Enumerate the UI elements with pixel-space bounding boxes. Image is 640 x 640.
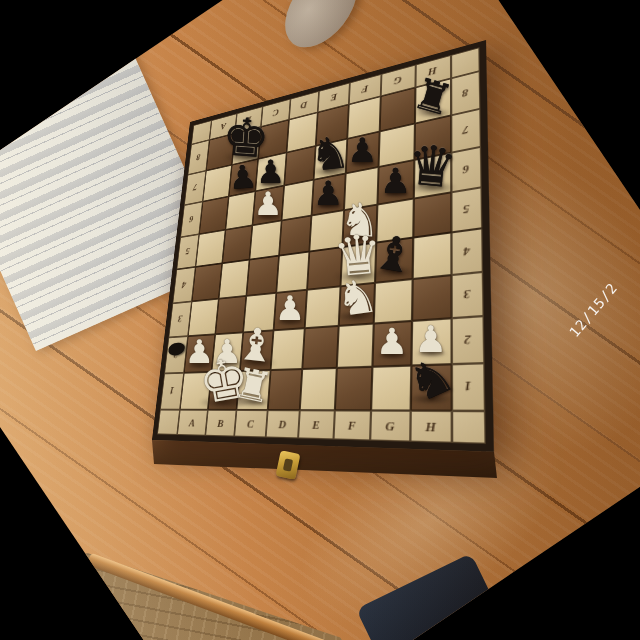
piece-black-pawn-e6[interactable]: ♟ bbox=[313, 177, 343, 211]
piece-black-pawn-c7[interactable]: ♟ bbox=[256, 155, 285, 187]
piece-white-pawn-g2[interactable]: ♟ bbox=[376, 324, 408, 360]
piece-black-pawn-g6[interactable]: ♟ bbox=[380, 164, 411, 199]
piece-white-pawn-d3[interactable]: ♟ bbox=[275, 292, 305, 326]
coordinate-label: 7 bbox=[193, 183, 198, 193]
square-d5[interactable] bbox=[279, 215, 312, 256]
coordinate-label: 4 bbox=[181, 280, 186, 291]
coordinate-label: 6 bbox=[189, 214, 194, 224]
coordinate-label: G bbox=[394, 74, 402, 86]
coordinate-label: D bbox=[300, 100, 307, 111]
square-a5[interactable] bbox=[196, 229, 226, 266]
coordinate-label: C bbox=[272, 107, 279, 118]
coordinate-label: D bbox=[278, 418, 286, 431]
frame-corner bbox=[452, 411, 486, 444]
coordinate-label: F bbox=[361, 83, 368, 95]
frame-label-bottom-f: F bbox=[333, 410, 371, 440]
coordinate-label: 8 bbox=[196, 152, 201, 162]
coordinate-label: 2 bbox=[464, 333, 471, 347]
coordinate-label: H bbox=[425, 419, 436, 434]
piece-white-pawn-c6[interactable]: ♟ bbox=[253, 189, 282, 221]
coordinate-label: 6 bbox=[463, 163, 469, 176]
square-f2[interactable] bbox=[336, 324, 373, 368]
frame-label-bottom-d: D bbox=[265, 410, 300, 438]
piece-black-queen-h6[interactable]: ♛ bbox=[405, 137, 459, 196]
coordinate-label: 3 bbox=[464, 288, 471, 302]
square-e1[interactable] bbox=[300, 367, 337, 410]
coordinate-label: E bbox=[312, 418, 320, 431]
frame-label-bottom-g: G bbox=[370, 411, 410, 442]
frame-label-bottom-c: C bbox=[234, 410, 267, 438]
square-f1[interactable] bbox=[334, 366, 372, 410]
square-d6[interactable] bbox=[281, 180, 313, 220]
coordinate-label: 7 bbox=[463, 124, 469, 137]
frame-label-right-4: 4 bbox=[451, 228, 483, 274]
coordinate-label: B bbox=[217, 417, 224, 429]
coordinate-label: 8 bbox=[462, 87, 468, 100]
square-b5[interactable] bbox=[222, 225, 253, 263]
coordinate-label: 4 bbox=[464, 245, 471, 259]
square-d4[interactable] bbox=[276, 252, 309, 293]
square-c5[interactable] bbox=[249, 220, 281, 260]
frame-label-right-2: 2 bbox=[452, 316, 485, 364]
coordinate-label: 5 bbox=[463, 203, 470, 216]
piece-white-knight-f3[interactable]: ♞ bbox=[332, 272, 380, 324]
coordinate-label: 3 bbox=[178, 314, 183, 325]
square-c4[interactable] bbox=[246, 256, 278, 296]
piece-black-pawn-f7[interactable]: ♟ bbox=[347, 135, 377, 169]
coordinate-label: C bbox=[247, 417, 255, 430]
square-h3[interactable] bbox=[411, 275, 451, 321]
coordinate-label: 5 bbox=[185, 246, 190, 257]
frame-label-right-5: 5 bbox=[451, 187, 482, 233]
frame-label-bottom-e: E bbox=[298, 410, 334, 439]
latch-slot bbox=[283, 458, 293, 471]
piece-black-knight-e7[interactable]: ♞ bbox=[308, 130, 352, 178]
square-e2[interactable] bbox=[302, 326, 338, 369]
coordinate-label: 1 bbox=[169, 385, 174, 396]
coordinate-label: E bbox=[330, 92, 337, 104]
square-a4[interactable] bbox=[192, 263, 222, 301]
coordinate-label: 1 bbox=[465, 379, 472, 394]
frame-label-right-3: 3 bbox=[452, 271, 484, 318]
square-a3[interactable] bbox=[188, 298, 218, 336]
coordinate-label: A bbox=[189, 417, 196, 429]
square-a6[interactable] bbox=[199, 197, 228, 234]
coordinate-label: F bbox=[348, 418, 356, 432]
frame-label-bottom-a: A bbox=[177, 410, 207, 436]
square-b6[interactable] bbox=[225, 191, 255, 229]
coordinate-label: G bbox=[385, 419, 394, 433]
square-b4[interactable] bbox=[218, 260, 249, 299]
frame-label-bottom-h: H bbox=[410, 411, 452, 443]
photo-canvas: AABBCCDDEEFFGGHH8877665544332211 ♚♜♟♟♞♟♟… bbox=[0, 0, 640, 640]
